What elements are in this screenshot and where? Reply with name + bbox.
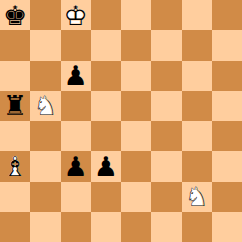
square-b2[interactable]: [30, 182, 60, 212]
black-pawn-glyph: ♟: [61, 61, 91, 91]
square-a4[interactable]: [0, 121, 30, 151]
black-rook[interactable]: ♜: [0, 91, 30, 121]
square-h6[interactable]: [212, 61, 242, 91]
square-g4[interactable]: [182, 121, 212, 151]
square-b5[interactable]: ♞♘: [30, 91, 60, 121]
square-c8[interactable]: ♚♔: [61, 0, 91, 30]
square-e1[interactable]: [121, 212, 151, 242]
black-pawn[interactable]: ♟: [61, 151, 91, 181]
square-a6[interactable]: [0, 61, 30, 91]
square-d1[interactable]: [91, 212, 121, 242]
black-pawn-glyph: ♟: [61, 151, 91, 181]
square-c4[interactable]: [61, 121, 91, 151]
square-c2[interactable]: [61, 182, 91, 212]
white-knight-outline-glyph: ♘: [182, 182, 212, 212]
square-e5[interactable]: [121, 91, 151, 121]
square-f7[interactable]: [151, 30, 181, 60]
square-f1[interactable]: [151, 212, 181, 242]
chess-board-window: ♚♚♔♟♜♞♘♝♗♟♟♞♘: [0, 0, 242, 242]
white-knight[interactable]: ♞♘: [182, 182, 212, 212]
square-e2[interactable]: [121, 182, 151, 212]
square-g7[interactable]: [182, 30, 212, 60]
square-e4[interactable]: [121, 121, 151, 151]
square-c5[interactable]: [61, 91, 91, 121]
white-knight[interactable]: ♞♘: [30, 91, 60, 121]
square-a5[interactable]: ♜: [0, 91, 30, 121]
square-h2[interactable]: [212, 182, 242, 212]
square-e7[interactable]: [121, 30, 151, 60]
black-king[interactable]: ♚: [0, 0, 30, 30]
square-b7[interactable]: [30, 30, 60, 60]
square-g2[interactable]: ♞♘: [182, 182, 212, 212]
square-h3[interactable]: [212, 151, 242, 181]
square-h8[interactable]: [212, 0, 242, 30]
square-c1[interactable]: [61, 212, 91, 242]
square-h1[interactable]: [212, 212, 242, 242]
square-f4[interactable]: [151, 121, 181, 151]
square-a7[interactable]: [0, 30, 30, 60]
square-d5[interactable]: [91, 91, 121, 121]
square-f2[interactable]: [151, 182, 181, 212]
square-f6[interactable]: [151, 61, 181, 91]
black-pawn-glyph: ♟: [91, 151, 121, 181]
square-d4[interactable]: [91, 121, 121, 151]
square-c7[interactable]: [61, 30, 91, 60]
square-b1[interactable]: [30, 212, 60, 242]
square-a8[interactable]: ♚: [0, 0, 30, 30]
square-d8[interactable]: [91, 0, 121, 30]
square-b4[interactable]: [30, 121, 60, 151]
square-a1[interactable]: [0, 212, 30, 242]
white-bishop[interactable]: ♝♗: [0, 151, 30, 181]
square-d2[interactable]: [91, 182, 121, 212]
black-rook-glyph: ♜: [0, 91, 30, 121]
square-g1[interactable]: [182, 212, 212, 242]
square-f3[interactable]: [151, 151, 181, 181]
square-b3[interactable]: [30, 151, 60, 181]
square-b6[interactable]: [30, 61, 60, 91]
chess-board: ♚♚♔♟♜♞♘♝♗♟♟♞♘: [0, 0, 242, 242]
square-d7[interactable]: [91, 30, 121, 60]
square-a3[interactable]: ♝♗: [0, 151, 30, 181]
black-king-glyph: ♚: [0, 0, 30, 30]
square-h7[interactable]: [212, 30, 242, 60]
square-e3[interactable]: [121, 151, 151, 181]
white-king-outline-glyph: ♔: [61, 0, 91, 30]
square-h5[interactable]: [212, 91, 242, 121]
square-c6[interactable]: ♟: [61, 61, 91, 91]
square-e8[interactable]: [121, 0, 151, 30]
black-pawn[interactable]: ♟: [61, 61, 91, 91]
square-c3[interactable]: ♟: [61, 151, 91, 181]
square-g5[interactable]: [182, 91, 212, 121]
square-b8[interactable]: [30, 0, 60, 30]
square-d6[interactable]: [91, 61, 121, 91]
square-h4[interactable]: [212, 121, 242, 151]
square-g6[interactable]: [182, 61, 212, 91]
white-bishop-outline-glyph: ♗: [0, 151, 30, 181]
white-knight-outline-glyph: ♘: [30, 91, 60, 121]
square-g3[interactable]: [182, 151, 212, 181]
black-pawn[interactable]: ♟: [91, 151, 121, 181]
square-f8[interactable]: [151, 0, 181, 30]
square-d3[interactable]: ♟: [91, 151, 121, 181]
square-a2[interactable]: [0, 182, 30, 212]
square-e6[interactable]: [121, 61, 151, 91]
square-f5[interactable]: [151, 91, 181, 121]
white-king[interactable]: ♚♔: [61, 0, 91, 30]
square-g8[interactable]: [182, 0, 212, 30]
